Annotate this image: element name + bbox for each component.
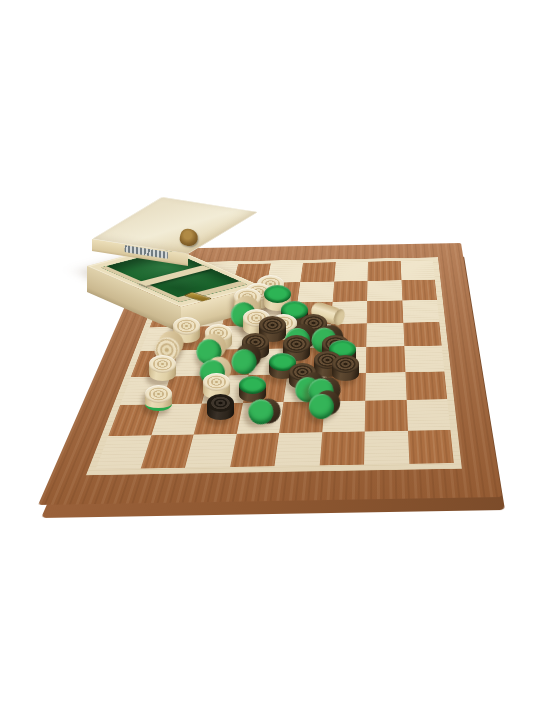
square-g2[interactable] <box>365 400 408 431</box>
square-e8[interactable] <box>300 262 335 282</box>
square-h7[interactable] <box>401 279 437 300</box>
square-c1[interactable] <box>185 433 236 467</box>
square-h4[interactable] <box>404 346 444 372</box>
square-h1[interactable] <box>408 430 454 464</box>
square-g8[interactable] <box>368 261 402 281</box>
square-f1[interactable] <box>319 431 364 465</box>
square-g4[interactable] <box>366 346 405 372</box>
square-d1[interactable] <box>230 433 279 467</box>
checker-piece-up-light-greenbase[interactable] <box>145 385 172 415</box>
square-g1[interactable] <box>364 430 409 464</box>
checker-piece-gface-dark[interactable] <box>308 389 337 421</box>
square-h5[interactable] <box>403 322 442 346</box>
checker-piece-up-light[interactable] <box>149 355 176 385</box>
square-h6[interactable] <box>402 300 439 323</box>
square-h2[interactable] <box>406 399 450 430</box>
square-f7[interactable] <box>332 281 367 302</box>
square-e1[interactable] <box>274 432 321 466</box>
square-g7[interactable] <box>367 280 402 301</box>
square-f8[interactable] <box>334 262 368 282</box>
checker-piece-up-black[interactable] <box>207 394 234 424</box>
square-g3[interactable] <box>365 372 406 401</box>
product-photo-scene <box>0 0 540 720</box>
square-h8[interactable] <box>400 260 434 280</box>
square-h3[interactable] <box>405 371 447 400</box>
square-g6[interactable] <box>367 300 403 323</box>
square-g5[interactable] <box>366 322 404 346</box>
